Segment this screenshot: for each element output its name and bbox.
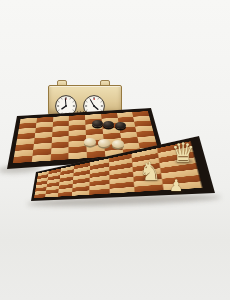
- white-queen-piece: ♛: [171, 139, 195, 166]
- product-photo-scene: ♞ ♛ ♟: [0, 0, 230, 300]
- square: [45, 193, 58, 198]
- checker-light-1: [84, 138, 96, 146]
- white-pawn-piece: ♟: [169, 178, 183, 194]
- square: [32, 154, 51, 161]
- checker-light-3: [112, 140, 124, 148]
- square: [69, 152, 87, 159]
- square: [58, 192, 73, 197]
- checker-dark-1: [92, 120, 103, 127]
- white-knight-piece: ♞: [139, 159, 161, 184]
- square: [34, 194, 45, 198]
- square: [89, 189, 109, 195]
- checker-dark-3: [115, 122, 126, 129]
- square: [109, 187, 134, 194]
- square: [50, 153, 69, 160]
- square: [13, 156, 32, 164]
- square: [72, 190, 89, 195]
- checker-light-2: [98, 139, 110, 147]
- minute-hand-left: [65, 99, 66, 106]
- checker-dark-2: [103, 121, 114, 128]
